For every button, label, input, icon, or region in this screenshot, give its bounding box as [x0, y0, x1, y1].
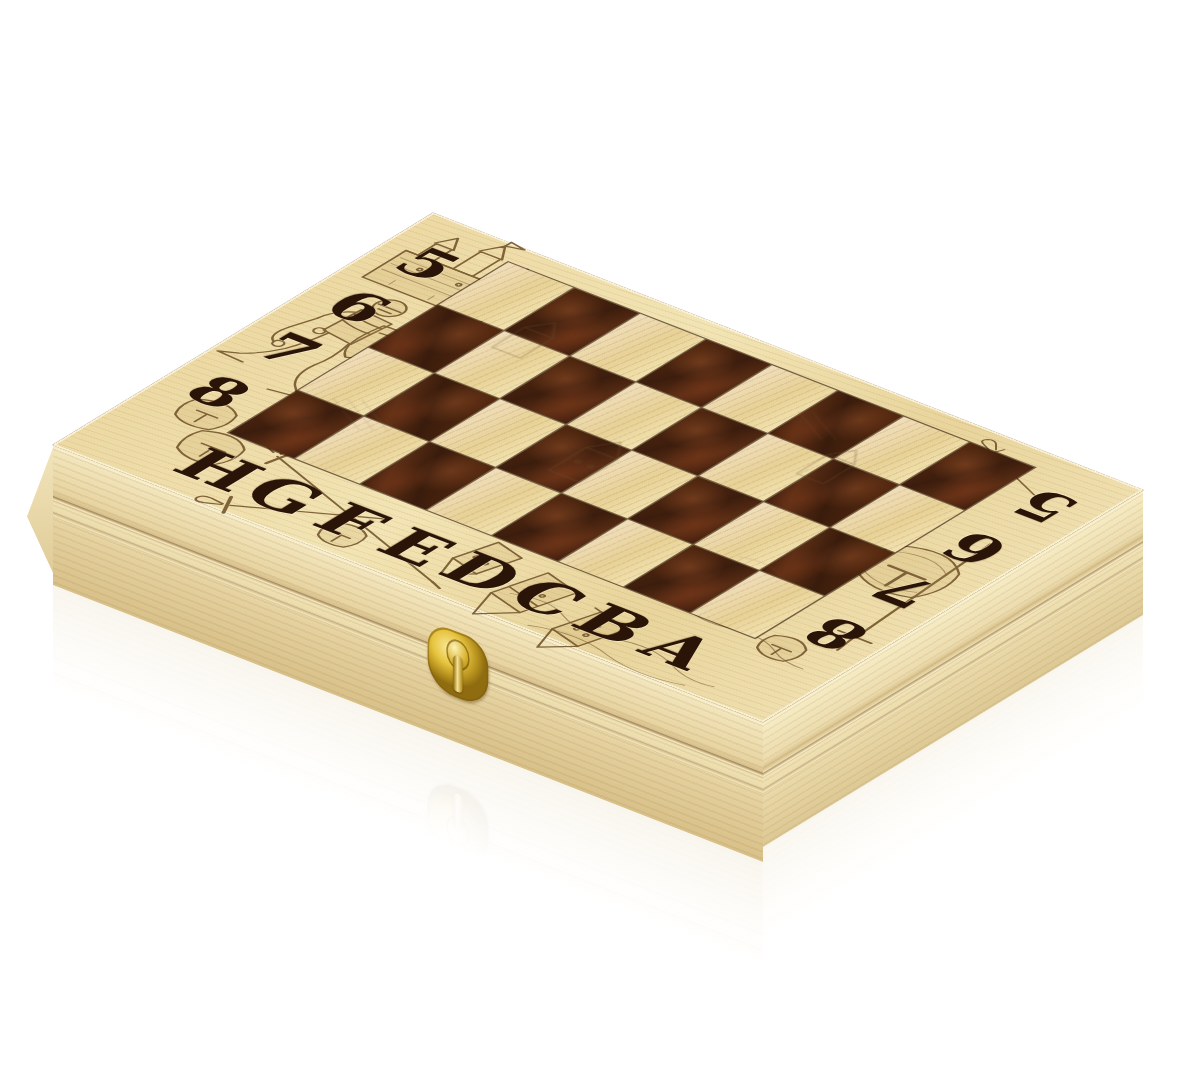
brass-clasp-reflection [427, 776, 488, 866]
brass-clasp [427, 620, 488, 710]
box-left-side-sliver [27, 445, 54, 575]
product-photo-stage: 5 6 7 8 H G F E D C B A 5 6 7 8 [0, 0, 1200, 1079]
